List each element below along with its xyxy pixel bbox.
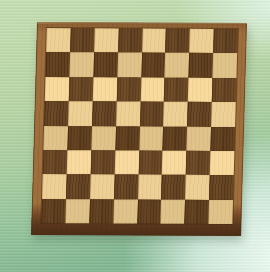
- square-a1[interactable]: [41, 199, 66, 223]
- square-a2[interactable]: [42, 174, 67, 198]
- square-a7[interactable]: [45, 52, 70, 76]
- square-b7[interactable]: [69, 53, 94, 77]
- square-g3[interactable]: [186, 151, 211, 175]
- square-e4[interactable]: [139, 126, 164, 150]
- square-e7[interactable]: [141, 53, 166, 77]
- square-c1[interactable]: [89, 199, 114, 223]
- square-h7[interactable]: [213, 53, 238, 77]
- square-d2[interactable]: [114, 175, 139, 199]
- square-e1[interactable]: [137, 199, 162, 223]
- square-e5[interactable]: [140, 102, 165, 126]
- square-g4[interactable]: [187, 126, 212, 150]
- square-a3[interactable]: [43, 150, 68, 174]
- photo-background: [0, 0, 270, 272]
- square-g1[interactable]: [185, 199, 210, 223]
- chessboard: [31, 22, 247, 236]
- square-f2[interactable]: [161, 175, 186, 199]
- square-d8[interactable]: [118, 28, 143, 52]
- square-c7[interactable]: [93, 53, 118, 77]
- square-d7[interactable]: [117, 53, 142, 77]
- square-b3[interactable]: [67, 150, 92, 174]
- square-h5[interactable]: [211, 102, 236, 126]
- square-c4[interactable]: [91, 126, 116, 150]
- square-c3[interactable]: [90, 150, 115, 174]
- square-f5[interactable]: [163, 102, 188, 126]
- square-e6[interactable]: [140, 77, 165, 101]
- square-d3[interactable]: [114, 150, 139, 174]
- square-d1[interactable]: [113, 199, 138, 223]
- square-a8[interactable]: [46, 28, 71, 52]
- square-f7[interactable]: [165, 53, 190, 77]
- square-g7[interactable]: [189, 53, 214, 77]
- square-h3[interactable]: [210, 151, 235, 175]
- square-b5[interactable]: [68, 101, 93, 125]
- square-b8[interactable]: [70, 28, 95, 52]
- square-c6[interactable]: [93, 77, 118, 101]
- square-h4[interactable]: [211, 126, 236, 150]
- square-d5[interactable]: [116, 102, 141, 126]
- square-b2[interactable]: [66, 174, 91, 198]
- square-h6[interactable]: [212, 78, 237, 102]
- square-a5[interactable]: [44, 101, 69, 125]
- square-c2[interactable]: [90, 175, 115, 199]
- square-g6[interactable]: [188, 78, 213, 102]
- square-a6[interactable]: [45, 77, 70, 101]
- square-d4[interactable]: [115, 126, 140, 150]
- square-f4[interactable]: [163, 126, 188, 150]
- square-c8[interactable]: [94, 28, 119, 52]
- square-b1[interactable]: [65, 199, 90, 223]
- square-f8[interactable]: [166, 29, 191, 53]
- square-e8[interactable]: [142, 29, 167, 53]
- square-f3[interactable]: [162, 151, 187, 175]
- square-h2[interactable]: [209, 175, 234, 199]
- square-a4[interactable]: [43, 126, 68, 150]
- square-b6[interactable]: [69, 77, 94, 101]
- square-g2[interactable]: [185, 175, 210, 199]
- square-b4[interactable]: [67, 126, 92, 150]
- square-c5[interactable]: [92, 101, 117, 125]
- square-h8[interactable]: [213, 29, 238, 53]
- square-f6[interactable]: [164, 77, 189, 101]
- square-g8[interactable]: [189, 29, 214, 53]
- square-d6[interactable]: [116, 77, 141, 101]
- square-h1[interactable]: [208, 200, 233, 224]
- square-g5[interactable]: [187, 102, 212, 126]
- board-grid: [41, 28, 237, 224]
- square-e3[interactable]: [138, 150, 163, 174]
- square-f1[interactable]: [161, 199, 186, 223]
- square-e2[interactable]: [138, 175, 163, 199]
